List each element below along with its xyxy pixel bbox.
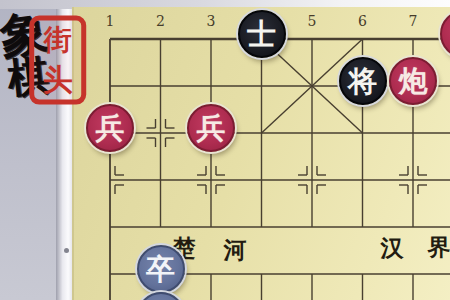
- piece-black-将-f6r1[interactable]: 将: [339, 57, 387, 105]
- piece-glyph: 兵: [197, 114, 226, 143]
- brand-stamp: 街 头: [29, 16, 86, 105]
- column-number-2: 2: [156, 13, 165, 29]
- column-number-6: 6: [358, 13, 367, 29]
- piece-glyph: 士: [247, 20, 276, 49]
- point-markers: [115, 119, 427, 194]
- column-number-1: 1: [106, 13, 115, 29]
- brand-logo: 象 棋 街 头: [0, 1, 92, 106]
- piece-glyph: 将: [348, 67, 377, 96]
- column-number-3: 3: [207, 13, 216, 29]
- piece-red-炮-f7r1[interactable]: 炮: [389, 57, 437, 105]
- river-char-han: 汉: [381, 233, 404, 264]
- piece-glyph: 炮: [399, 67, 428, 96]
- video-frame: 1234567 楚河汉界 士将炮兵兵卒 象 棋 街 头: [0, 0, 450, 300]
- xiangqi-board[interactable]: 1234567 楚河汉界 士将炮兵兵卒: [72, 7, 450, 300]
- river-char-he: 河: [224, 235, 247, 266]
- column-number-5: 5: [308, 13, 317, 29]
- piece-glyph: 兵: [96, 114, 125, 143]
- stamp-char-jie: 街: [44, 26, 72, 54]
- piece-glyph: 卒: [146, 255, 175, 284]
- stamp-char-tou: 头: [43, 64, 73, 94]
- frame-screw: [64, 248, 69, 253]
- piece-black-士-f4r0[interactable]: 士: [238, 10, 286, 58]
- river-char-jie: 界: [428, 232, 450, 263]
- piece-slate-卒-f2r5[interactable]: 卒: [137, 245, 185, 293]
- piece-red-兵-f1r2[interactable]: 兵: [86, 104, 134, 152]
- column-number-7: 7: [409, 13, 418, 29]
- piece-red-兵-f3r2[interactable]: 兵: [187, 104, 235, 152]
